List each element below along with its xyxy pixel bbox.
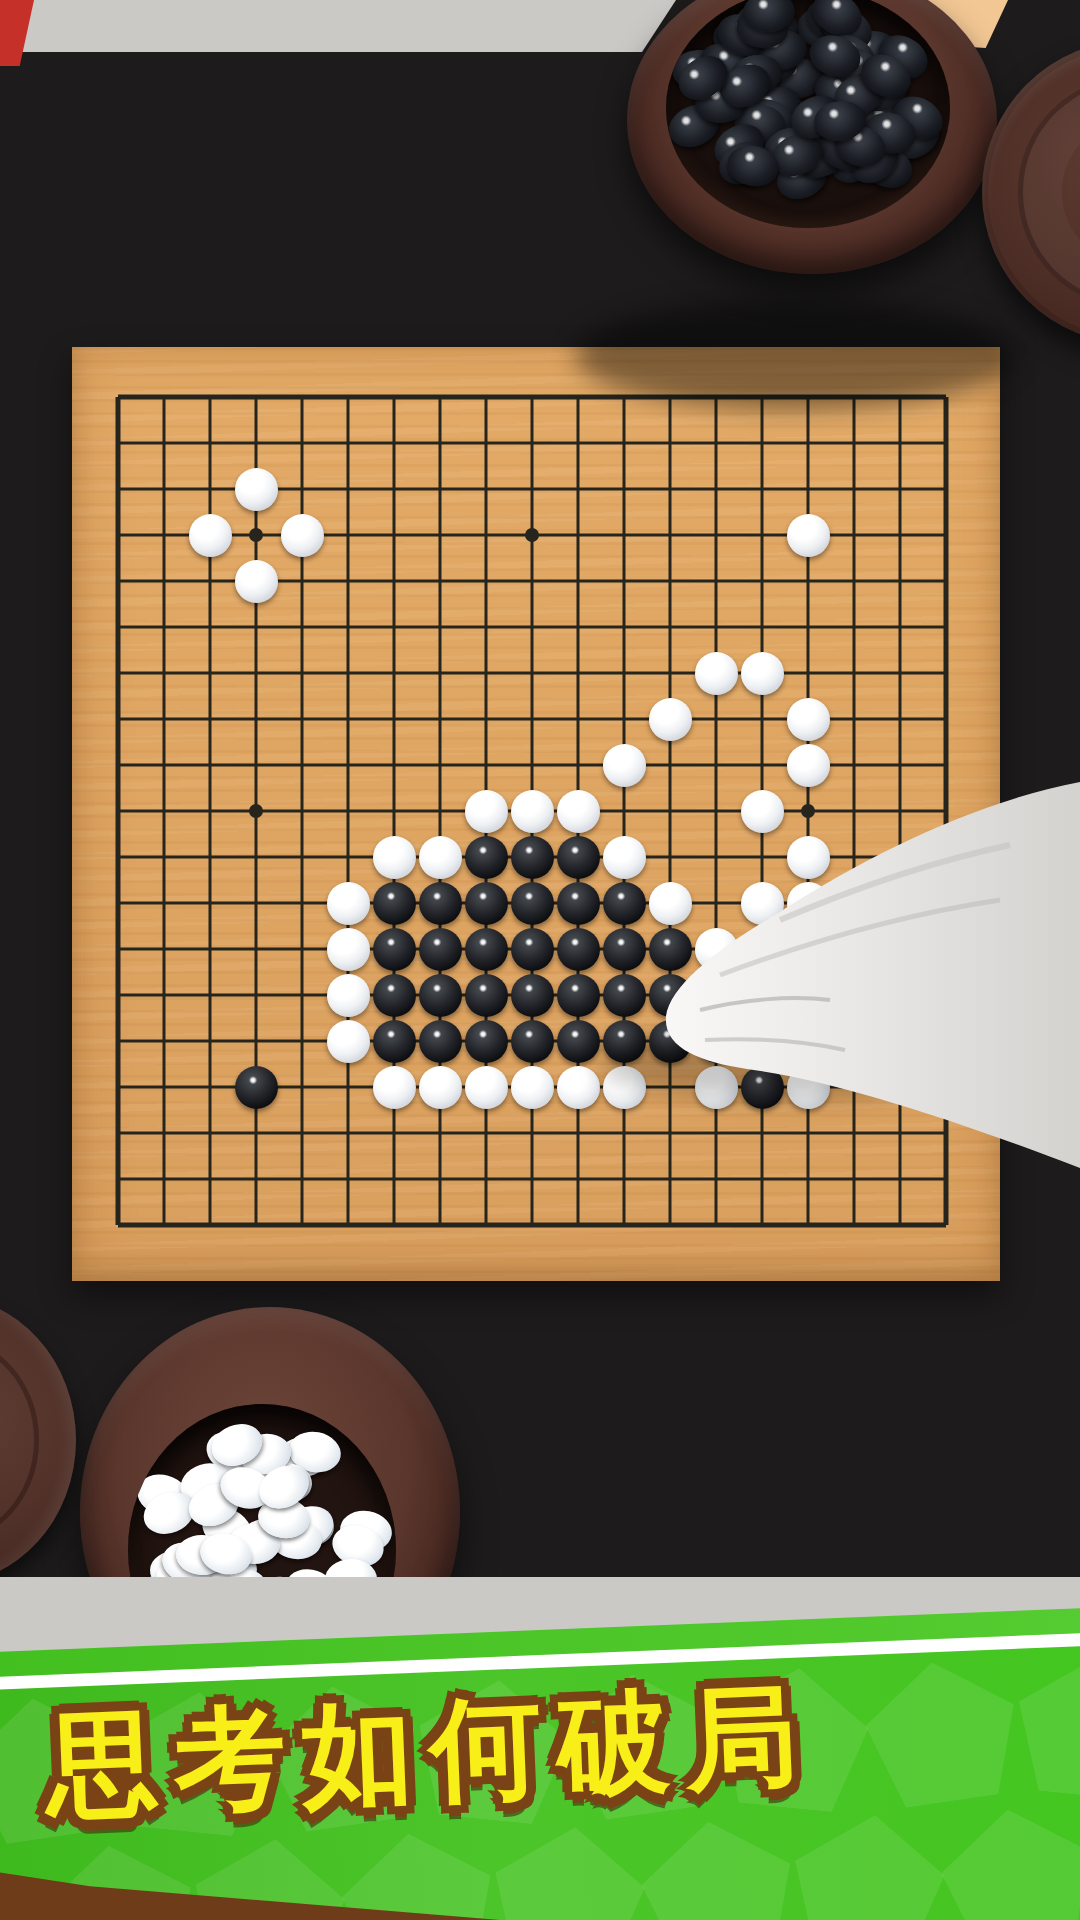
cat-paw bbox=[0, 0, 1080, 1920]
go-game-scene: 思考如何破局 bbox=[0, 0, 1080, 1920]
